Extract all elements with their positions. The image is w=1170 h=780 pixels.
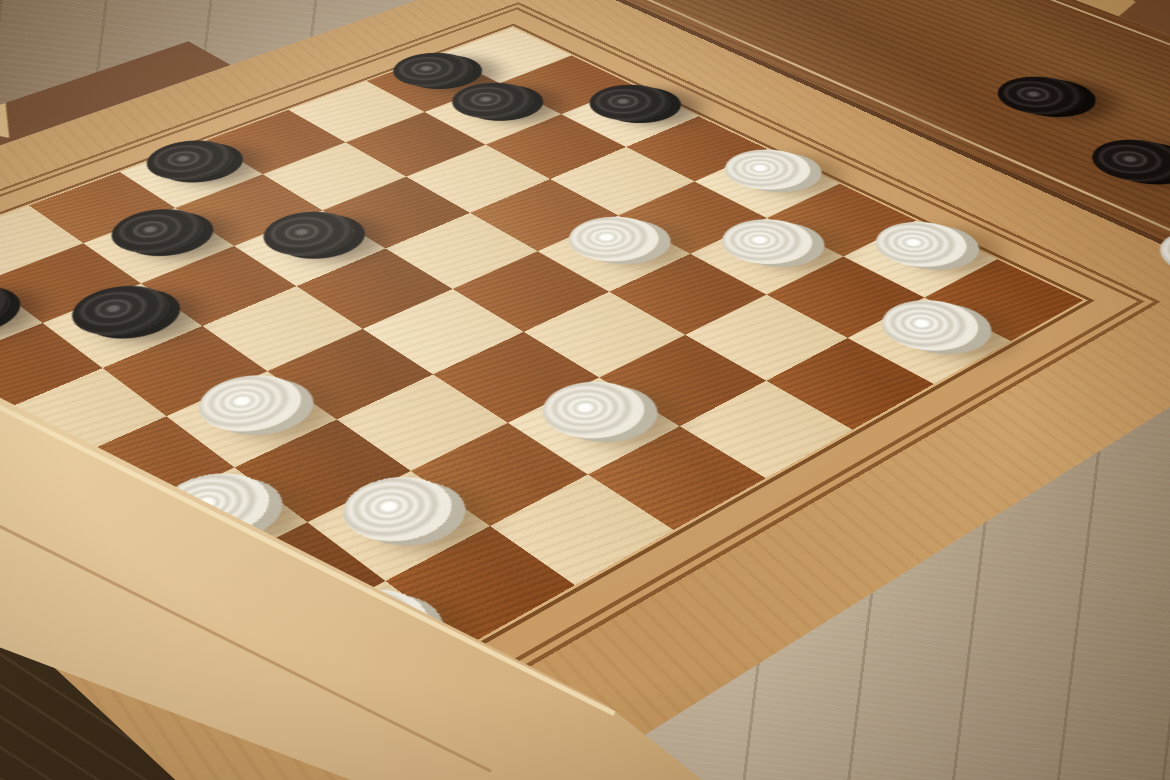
photo-scene bbox=[0, 0, 1170, 780]
game-box bbox=[93, 0, 1170, 560]
